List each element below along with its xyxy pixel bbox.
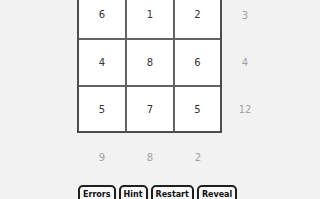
- toolbar: Errors Hint Restart Reveal: [78, 185, 237, 199]
- grid-cell-r2c0[interactable]: 5: [79, 87, 125, 131]
- col-sum-2: 2: [175, 152, 221, 164]
- col-sum-1: 8: [127, 152, 173, 164]
- col-sum-0: 9: [79, 152, 125, 164]
- restart-button[interactable]: Restart: [151, 185, 194, 199]
- puzzle-board: 6 1 2 4 8 6 5 7 5: [77, 0, 222, 133]
- grid-cell-r0c0[interactable]: 6: [79, 0, 125, 38]
- puzzle-stage: 6 1 2 4 8 6 5 7 5 3 4 12 9 8 2 Errors Hi…: [0, 0, 320, 199]
- grid-cell-r2c2[interactable]: 5: [175, 87, 220, 131]
- grid-cell-r0c1[interactable]: 1: [127, 0, 173, 38]
- grid-cell-r0c2[interactable]: 2: [175, 0, 220, 38]
- hint-button[interactable]: Hint: [119, 185, 148, 199]
- row-sum-0: 3: [234, 10, 256, 22]
- errors-button[interactable]: Errors: [78, 185, 116, 199]
- row-sum-2: 12: [234, 104, 256, 116]
- grid-cell-r1c0[interactable]: 4: [79, 40, 125, 85]
- reveal-button[interactable]: Reveal: [197, 185, 237, 199]
- grid-cell-r2c1[interactable]: 7: [127, 87, 173, 131]
- row-sum-1: 4: [234, 57, 256, 69]
- grid-cell-r1c2[interactable]: 6: [175, 40, 220, 85]
- grid-cell-r1c1[interactable]: 8: [127, 40, 173, 85]
